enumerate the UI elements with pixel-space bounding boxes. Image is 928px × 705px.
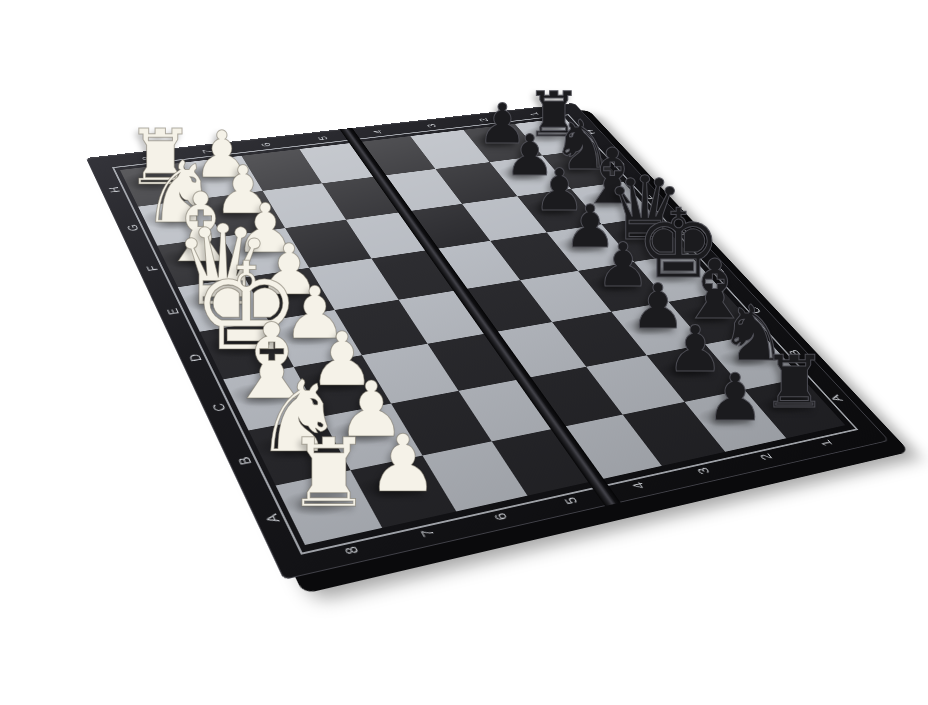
piece-black-pawn-A2[interactable]: ♟ xyxy=(706,365,765,431)
pieces-layer: ♜♞♝♛♚♝♞♜♟♟♟♟♟♟♟♟♟♟♟♟♟♟♟♟♜♞♝♛♚♝♞♜ xyxy=(0,0,928,705)
piece-black-rook-A1[interactable]: ♜ xyxy=(762,346,827,419)
piece-white-rook-A8[interactable]: ♜ xyxy=(286,427,371,522)
photo-canvas: HHGGFFEEDDCCBBAA8877665544332211 ♜♞♝♛♚♝♞… xyxy=(0,0,928,705)
piece-white-pawn-A7[interactable]: ♟ xyxy=(367,424,438,503)
